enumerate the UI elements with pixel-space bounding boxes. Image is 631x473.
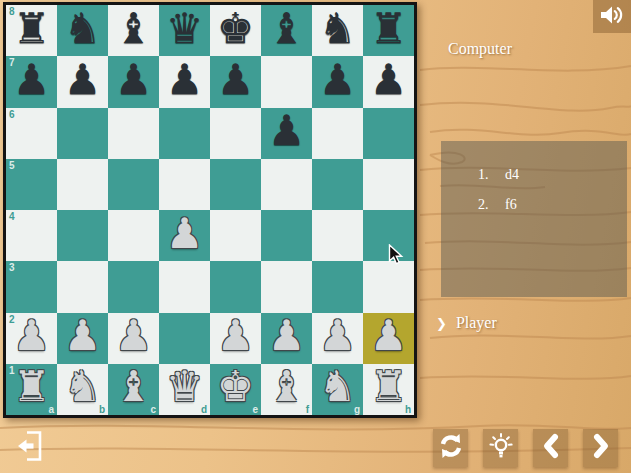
square-c8[interactable]: ♝ bbox=[108, 5, 159, 56]
white-pawn[interactable]: ♟ bbox=[217, 315, 255, 357]
square-b4[interactable] bbox=[57, 210, 108, 261]
square-h5[interactable] bbox=[363, 159, 414, 210]
square-g3[interactable] bbox=[312, 261, 363, 312]
white-pawn[interactable]: ♟ bbox=[13, 315, 51, 357]
chevron-right-icon bbox=[590, 432, 612, 464]
black-rook[interactable]: ♜ bbox=[370, 8, 408, 50]
hint-button[interactable] bbox=[483, 429, 518, 467]
rank-label-5: 5 bbox=[9, 160, 15, 171]
white-king[interactable]: ♚ bbox=[217, 366, 255, 408]
square-e8[interactable]: ♚ bbox=[210, 5, 261, 56]
square-b2[interactable]: ♟ bbox=[57, 313, 108, 364]
black-rook[interactable]: ♜ bbox=[13, 8, 51, 50]
square-h3[interactable] bbox=[363, 261, 414, 312]
square-c1[interactable]: c♝ bbox=[108, 364, 159, 415]
square-c3[interactable] bbox=[108, 261, 159, 312]
square-h2[interactable]: ♟ bbox=[363, 313, 414, 364]
square-d5[interactable] bbox=[159, 159, 210, 210]
square-d8[interactable]: ♛ bbox=[159, 5, 210, 56]
square-d2[interactable] bbox=[159, 313, 210, 364]
square-b7[interactable]: ♟ bbox=[57, 56, 108, 107]
black-pawn[interactable]: ♟ bbox=[268, 110, 306, 152]
rank-label-6: 6 bbox=[9, 109, 15, 120]
move-row[interactable]: 2. f6 bbox=[441, 190, 627, 220]
white-bishop[interactable]: ♝ bbox=[115, 366, 153, 408]
white-pawn[interactable]: ♟ bbox=[370, 315, 408, 357]
rank-label-4: 4 bbox=[9, 211, 15, 222]
white-knight[interactable]: ♞ bbox=[64, 366, 102, 408]
game-window: 8♜♞♝♛♚♝♞♜7♟♟♟♟♟♟♟6♟54♟32♟♟♟♟♟♟♟1a♜b♞c♝d♛… bbox=[0, 0, 631, 473]
black-pawn[interactable]: ♟ bbox=[217, 59, 255, 101]
square-f6[interactable]: ♟ bbox=[261, 108, 312, 159]
square-c2[interactable]: ♟ bbox=[108, 313, 159, 364]
square-g5[interactable] bbox=[312, 159, 363, 210]
square-e2[interactable]: ♟ bbox=[210, 313, 261, 364]
square-e7[interactable]: ♟ bbox=[210, 56, 261, 107]
square-h7[interactable]: ♟ bbox=[363, 56, 414, 107]
square-a6[interactable]: 6 bbox=[6, 108, 57, 159]
black-knight[interactable]: ♞ bbox=[319, 8, 357, 50]
square-f3[interactable] bbox=[261, 261, 312, 312]
restart-button[interactable] bbox=[433, 429, 468, 467]
sound-toggle-button[interactable] bbox=[593, 0, 631, 33]
square-a1[interactable]: 1a♜ bbox=[6, 364, 57, 415]
white-pawn[interactable]: ♟ bbox=[166, 213, 204, 255]
square-h1[interactable]: h♜ bbox=[363, 364, 414, 415]
black-pawn[interactable]: ♟ bbox=[319, 59, 357, 101]
white-queen[interactable]: ♛ bbox=[166, 366, 204, 408]
square-b8[interactable]: ♞ bbox=[57, 5, 108, 56]
file-label-f: f bbox=[306, 404, 309, 415]
square-a8[interactable]: 8♜ bbox=[6, 5, 57, 56]
square-f7[interactable] bbox=[261, 56, 312, 107]
square-a2[interactable]: 2♟ bbox=[6, 313, 57, 364]
black-knight[interactable]: ♞ bbox=[64, 8, 102, 50]
square-e3[interactable] bbox=[210, 261, 261, 312]
square-b5[interactable] bbox=[57, 159, 108, 210]
move-notation: d4 bbox=[505, 167, 519, 183]
square-g8[interactable]: ♞ bbox=[312, 5, 363, 56]
square-c6[interactable] bbox=[108, 108, 159, 159]
square-c4[interactable] bbox=[108, 210, 159, 261]
square-f8[interactable]: ♝ bbox=[261, 5, 312, 56]
exit-button[interactable] bbox=[15, 430, 45, 466]
white-knight[interactable]: ♞ bbox=[319, 366, 357, 408]
white-pawn[interactable]: ♟ bbox=[115, 315, 153, 357]
move-row[interactable]: 1. d4 bbox=[441, 160, 627, 190]
square-e5[interactable] bbox=[210, 159, 261, 210]
black-king[interactable]: ♚ bbox=[217, 8, 255, 50]
undo-move-button[interactable] bbox=[533, 429, 568, 467]
white-pawn[interactable]: ♟ bbox=[268, 315, 306, 357]
square-c5[interactable] bbox=[108, 159, 159, 210]
speaker-volume-icon bbox=[600, 5, 624, 29]
black-bishop[interactable]: ♝ bbox=[268, 8, 306, 50]
square-f5[interactable] bbox=[261, 159, 312, 210]
square-d3[interactable] bbox=[159, 261, 210, 312]
square-a4[interactable]: 4 bbox=[6, 210, 57, 261]
white-rook[interactable]: ♜ bbox=[370, 366, 408, 408]
black-queen[interactable]: ♛ bbox=[166, 8, 204, 50]
chevron-left-icon bbox=[540, 432, 562, 464]
rank-label-3: 3 bbox=[9, 262, 15, 273]
square-g6[interactable] bbox=[312, 108, 363, 159]
redo-move-button[interactable] bbox=[583, 429, 618, 467]
white-pawn[interactable]: ♟ bbox=[64, 315, 102, 357]
move-notation: f6 bbox=[505, 197, 517, 213]
move-list-panel: 1. d4 2. f6 bbox=[441, 141, 627, 297]
black-pawn[interactable]: ♟ bbox=[370, 59, 408, 101]
chess-board: 8♜♞♝♛♚♝♞♜7♟♟♟♟♟♟♟6♟54♟32♟♟♟♟♟♟♟1a♜b♞c♝d♛… bbox=[3, 2, 417, 418]
move-number: 2. bbox=[478, 197, 505, 213]
square-g2[interactable]: ♟ bbox=[312, 313, 363, 364]
player-section-toggle[interactable]: ❯ Player bbox=[436, 314, 497, 332]
square-f4[interactable] bbox=[261, 210, 312, 261]
player-name: Player bbox=[456, 314, 497, 332]
square-g4[interactable] bbox=[312, 210, 363, 261]
square-c7[interactable]: ♟ bbox=[108, 56, 159, 107]
black-pawn[interactable]: ♟ bbox=[115, 59, 153, 101]
square-a7[interactable]: 7♟ bbox=[6, 56, 57, 107]
square-f2[interactable]: ♟ bbox=[261, 313, 312, 364]
square-f1[interactable]: f♝ bbox=[261, 364, 312, 415]
move-number: 1. bbox=[478, 167, 505, 183]
square-h8[interactable]: ♜ bbox=[363, 5, 414, 56]
square-e6[interactable] bbox=[210, 108, 261, 159]
square-h4[interactable] bbox=[363, 210, 414, 261]
square-a3[interactable]: 3 bbox=[6, 261, 57, 312]
lightbulb-icon bbox=[487, 432, 515, 464]
square-d7[interactable]: ♟ bbox=[159, 56, 210, 107]
black-pawn[interactable]: ♟ bbox=[64, 59, 102, 101]
square-e4[interactable] bbox=[210, 210, 261, 261]
square-g1[interactable]: g♞ bbox=[312, 364, 363, 415]
exit-door-arrow-icon bbox=[17, 430, 43, 466]
circular-arrows-icon bbox=[438, 433, 464, 463]
white-rook[interactable]: ♜ bbox=[13, 366, 51, 408]
square-g7[interactable]: ♟ bbox=[312, 56, 363, 107]
white-bishop[interactable]: ♝ bbox=[268, 366, 306, 408]
square-b1[interactable]: b♞ bbox=[57, 364, 108, 415]
square-d4[interactable]: ♟ bbox=[159, 210, 210, 261]
opponent-name: Computer bbox=[448, 40, 512, 58]
square-d1[interactable]: d♛ bbox=[159, 364, 210, 415]
square-a5[interactable]: 5 bbox=[6, 159, 57, 210]
square-b6[interactable] bbox=[57, 108, 108, 159]
square-h6[interactable] bbox=[363, 108, 414, 159]
white-pawn[interactable]: ♟ bbox=[319, 315, 357, 357]
square-b3[interactable] bbox=[57, 261, 108, 312]
chevron-right-icon: ❯ bbox=[436, 316, 447, 331]
black-bishop[interactable]: ♝ bbox=[115, 8, 153, 50]
black-pawn[interactable]: ♟ bbox=[166, 59, 204, 101]
square-e1[interactable]: e♚ bbox=[210, 364, 261, 415]
black-pawn[interactable]: ♟ bbox=[13, 59, 51, 101]
square-d6[interactable] bbox=[159, 108, 210, 159]
